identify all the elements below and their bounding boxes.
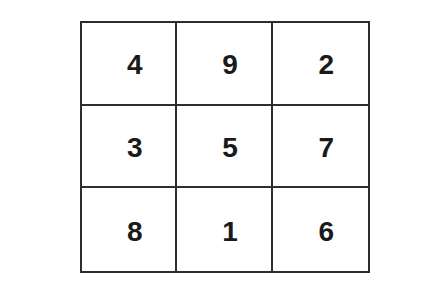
cell-r2c1: 3	[82, 106, 177, 189]
magic-square-board: 4 9 2 3 5 7 8 1 6	[80, 21, 370, 273]
cell-r2c2: 5	[177, 106, 272, 189]
cell-r3c1: 8	[82, 188, 177, 271]
cell-r1c2: 9	[177, 23, 272, 106]
cell-r3c2: 1	[177, 188, 272, 271]
cell-r1c3: 2	[273, 23, 368, 106]
cell-r1c1: 4	[82, 23, 177, 106]
cell-r3c3: 6	[273, 188, 368, 271]
magic-square-figure: 4 9 2 3 5 7 8 1 6	[0, 0, 441, 300]
cell-r2c3: 7	[273, 106, 368, 189]
